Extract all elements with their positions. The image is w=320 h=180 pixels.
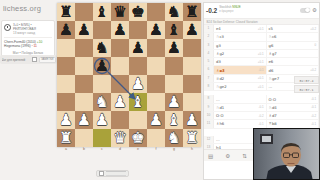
square-b7[interactable]: ♟	[75, 21, 93, 39]
engine-eval: -0.2	[206, 7, 217, 14]
square-f6[interactable]	[147, 39, 165, 57]
move-row-10: 10O-O-0.2♗d7-0.2	[204, 112, 319, 120]
move-white[interactable]: ♘d1-0.1	[214, 104, 267, 111]
move-number: 6	[204, 66, 214, 73]
square-f4[interactable]	[147, 75, 165, 93]
game-time-ago: 13 минут назад	[13, 31, 52, 35]
chat-toggle-checkbox[interactable]	[32, 57, 38, 63]
page: { "game": "chess", "position": "r1bqk1nr…	[0, 0, 320, 180]
square-e3[interactable]: ♝	[129, 93, 147, 111]
white-pawn-c2[interactable]: ♟	[95, 111, 109, 129]
move-number: 8	[204, 95, 214, 102]
under-board-control[interactable]	[96, 170, 129, 177]
black-clock: 02:57.1	[294, 85, 319, 93]
move-row-4: 4♗g2+0.1♗g7	[204, 50, 319, 58]
move-row-2: 2♘c3♘c6	[204, 33, 319, 41]
square-c3[interactable]: ♞	[93, 93, 111, 111]
move-white[interactable]: e4+0.1	[214, 25, 267, 32]
move-san: ♘c3	[216, 34, 224, 39]
white-pawn-g3[interactable]: ♟	[167, 93, 181, 111]
white-player-name: Chern-Form40 (2010)	[4, 40, 36, 44]
square-f7[interactable]: ♟	[147, 21, 165, 39]
board-coordinates: abcdefgh	[57, 147, 201, 152]
square-e5[interactable]	[129, 57, 147, 75]
move-number: 7	[204, 75, 214, 82]
white-pawn-h2[interactable]: ♟	[185, 111, 199, 129]
move-number: 4	[204, 50, 214, 57]
chat-bar: Чат для зрителей ЗАМЕТКИ	[0, 55, 57, 64]
black-king-e8[interactable]: ♚	[131, 3, 145, 21]
move-eval: -0.1	[311, 122, 316, 126]
square-f5[interactable]	[147, 57, 165, 75]
engine-status: в браузере	[219, 10, 298, 14]
square-h6[interactable]	[183, 39, 201, 57]
move-san: ...	[216, 97, 220, 102]
move-black[interactable]: ♖b8-0.1	[267, 120, 320, 127]
white-bishop-e3[interactable]: ♝	[131, 93, 145, 111]
move-eval: -0.2	[259, 114, 264, 118]
webcam-overlay	[253, 128, 320, 180]
square-d1[interactable]: ♛	[111, 129, 129, 147]
coord-d: d	[111, 147, 129, 152]
webcam-video	[254, 129, 320, 180]
move-number: 3	[204, 42, 214, 49]
coord-b: b	[75, 147, 93, 152]
coord-c: c	[93, 147, 111, 152]
square-f1[interactable]	[147, 129, 165, 147]
move-san: ...	[269, 84, 273, 89]
move-eval: -0.1	[311, 105, 316, 109]
square-d7[interactable]: ♟	[111, 21, 129, 39]
square-e1[interactable]: ♚	[129, 129, 147, 147]
engine-nnue-badge: NNUE	[232, 5, 241, 9]
move-white[interactable]: ♘ge2+0.1	[214, 83, 267, 90]
move-san: c5	[269, 26, 274, 31]
coord-a: a	[57, 147, 75, 152]
square-h8[interactable]: ♜	[183, 3, 201, 21]
move-san: O-O	[269, 97, 277, 102]
square-c7[interactable]	[93, 21, 111, 39]
move-san: O-O	[216, 113, 224, 118]
move-san: ♗g7	[269, 51, 277, 56]
square-h4[interactable]	[183, 75, 201, 93]
white-pawn-d3[interactable]: ♟	[113, 93, 127, 111]
move-row-1: 1e4+0.1c5+0.2	[204, 25, 319, 33]
square-a4[interactable]	[57, 75, 75, 93]
black-pawn-g6[interactable]: ♟	[167, 39, 181, 57]
move-black[interactable]: ♗g7	[267, 50, 320, 57]
move-number: 9	[204, 104, 214, 111]
black-pawn-c5[interactable]: ♟	[95, 57, 109, 75]
square-b3[interactable]	[75, 93, 93, 111]
white-knight-g1[interactable]: ♞	[167, 129, 181, 147]
move-row-8: 8...O-O-0.1	[204, 95, 319, 103]
chess-board[interactable]: ♜♝♛♚♞♜♟♟♟♟♝♟♞♟♟♟♟♞♟♝♟♟♟♟♟♝♟♜♛♚♞♜	[57, 3, 201, 147]
settings-gear-icon[interactable]: ⚙	[312, 3, 317, 17]
square-e7[interactable]	[129, 21, 147, 39]
black-pawn-d7[interactable]: ♟	[113, 21, 127, 39]
opening-name: B24 Sicilian Defense: Closed Variation	[204, 18, 319, 25]
square-g2[interactable]: ♝	[165, 111, 183, 129]
engine-toggle[interactable]	[300, 8, 310, 13]
black-pawn-h7[interactable]: ♟	[185, 21, 199, 39]
move-black[interactable]: ♗d7-0.2	[267, 112, 320, 119]
move-white[interactable]: O-O-0.2	[214, 112, 267, 119]
square-h2[interactable]: ♟	[183, 111, 201, 129]
move-san: ♗e3	[216, 68, 225, 73]
coord-g: g	[165, 147, 183, 152]
white-pawn-a2[interactable]: ♟	[59, 111, 73, 129]
black-rook-h8[interactable]: ♜	[185, 3, 199, 21]
site-logo[interactable]: lichess.org	[3, 4, 41, 13]
square-e8[interactable]: ♚	[129, 3, 147, 21]
move-number: 12	[204, 136, 214, 143]
square-a7[interactable]: ♟	[57, 21, 75, 39]
flip-board-icon[interactable]: ⇅	[242, 153, 247, 159]
black-queen-d8[interactable]: ♛	[113, 3, 127, 21]
square-h3[interactable]	[183, 93, 201, 111]
coord-f: f	[147, 147, 165, 152]
white-king-e1[interactable]: ♚	[131, 129, 145, 147]
toolbar-gear-icon[interactable]: ⚙	[225, 153, 230, 159]
square-b2[interactable]: ♟	[75, 111, 93, 129]
black-rook-a8[interactable]: ♜	[59, 3, 73, 21]
move-black[interactable]: d6+0.2	[267, 66, 320, 73]
move-eval: +0.2	[310, 68, 316, 72]
sidebar: lichess.org 3+0 • БЛИЦ • РЕЙТИНГОВАЯ 13 …	[0, 0, 57, 180]
move-san: d6	[269, 68, 274, 73]
white-queen-d1[interactable]: ♛	[113, 129, 127, 147]
square-g6[interactable]: ♟	[165, 39, 183, 57]
square-d4[interactable]	[111, 75, 129, 93]
white-pawn-f2[interactable]: ♟	[149, 111, 163, 129]
black-rating-diff: −11	[32, 44, 37, 48]
black-pawn-f7[interactable]: ♟	[149, 21, 163, 39]
black-knight-g8[interactable]: ♞	[167, 3, 181, 21]
square-c8[interactable]: ♝	[93, 3, 111, 21]
square-a8[interactable]: ♜	[57, 3, 75, 21]
square-b5[interactable]	[75, 57, 93, 75]
move-san: ♘d1	[216, 105, 224, 110]
square-b6[interactable]	[75, 39, 93, 57]
move-san: g3	[216, 43, 221, 48]
square-g7[interactable]: ♝	[165, 21, 183, 39]
move-row-9: 9♘d1-0.1♘d4-0.1	[204, 104, 319, 112]
move-san: e6	[269, 59, 274, 64]
move-white[interactable]: ♗g2+0.1	[214, 50, 267, 57]
black-pawn-b7[interactable]: ♟	[77, 21, 91, 39]
move-san: ♗d7	[269, 113, 277, 118]
notes-button[interactable]: ЗАМЕТКИ	[39, 57, 56, 63]
move-san: ...	[216, 137, 220, 142]
move-eval: +0.1	[258, 27, 264, 31]
square-b1[interactable]	[75, 129, 93, 147]
clock-icon	[4, 24, 11, 31]
square-g3[interactable]: ♟	[165, 93, 183, 111]
white-knight-c3[interactable]: ♞	[95, 93, 109, 111]
move-black[interactable]: ♘c6	[267, 33, 320, 40]
black-bishop-g7[interactable]: ♝	[167, 21, 181, 39]
move-number: 8	[204, 83, 214, 90]
coord-h: h	[183, 147, 201, 152]
chat-label: Чат для зрителей	[2, 58, 31, 62]
square-d3[interactable]: ♟	[111, 93, 129, 111]
square-e4[interactable]: ♟	[129, 75, 147, 93]
square-e6[interactable]: ♟	[129, 39, 147, 57]
board-menu-icon[interactable]: ▤	[208, 153, 213, 159]
move-black[interactable]: ♘d4-0.1	[267, 104, 320, 111]
square-e2[interactable]	[129, 111, 147, 129]
move-san: ♗h6	[216, 121, 224, 126]
square-b8[interactable]	[75, 3, 93, 21]
black-knight-c6[interactable]: ♞	[95, 39, 109, 57]
square-f3[interactable]	[147, 93, 165, 111]
move-white[interactable]: ♗h6-0.1	[214, 120, 267, 127]
move-row-3: 3g3g60	[204, 42, 319, 50]
under-board-lines	[106, 171, 126, 176]
square-d2[interactable]	[111, 111, 129, 129]
move-number: 11	[204, 120, 214, 127]
square-d5[interactable]	[111, 57, 129, 75]
engine-header: -0.2 Stockfish NNUE в браузере ⚙	[204, 3, 319, 17]
move-eval: +0.1	[258, 85, 264, 89]
black-player-name: Hegemona (1996)	[4, 44, 31, 48]
move-san: g6	[269, 43, 274, 48]
square-a2[interactable]: ♟	[57, 111, 75, 129]
move-white[interactable]: g3	[214, 42, 267, 49]
white-rating-diff: +10	[37, 40, 43, 44]
white-rook-h1[interactable]: ♜	[185, 129, 199, 147]
move-san: ♕d2	[216, 76, 224, 81]
move-eval: -0.2	[311, 114, 316, 118]
white-bishop-g2[interactable]: ♝	[167, 111, 181, 129]
square-g1[interactable]: ♞	[165, 129, 183, 147]
move-san: ♘c6	[269, 34, 277, 39]
move-san: e4	[216, 26, 221, 31]
move-san: ♘d4	[269, 105, 277, 110]
move-white[interactable]: ...	[214, 95, 267, 102]
move-eval: +0.1	[258, 52, 264, 56]
toggle-knob	[305, 8, 309, 12]
move-black[interactable]: O-O-0.1	[267, 95, 320, 102]
square-c5[interactable]: ♟	[93, 57, 111, 75]
white-clock: 02:07.4	[294, 76, 319, 84]
move-white[interactable]: ♕d2+0.1	[214, 75, 267, 82]
coord-e: e	[129, 147, 147, 152]
black-player[interactable]: Hegemona (1996) −11	[4, 44, 52, 49]
move-san: ♗g2	[216, 51, 224, 56]
square-c4[interactable]	[93, 75, 111, 93]
white-pawn-e4[interactable]: ♟	[131, 75, 145, 93]
square-c2[interactable]: ♟	[93, 111, 111, 129]
move-san: ♘ge2	[216, 84, 227, 89]
move-number: 1	[204, 25, 214, 32]
move-black[interactable]: e6	[267, 58, 320, 65]
game-meta: 3+0 • БЛИЦ • РЕЙТИНГОВАЯ	[13, 23, 52, 31]
square-a5[interactable]	[57, 57, 75, 75]
move-black[interactable]: g60	[267, 42, 320, 49]
white-pawn-b2[interactable]: ♟	[77, 111, 91, 129]
square-a1[interactable]: ♜	[57, 129, 75, 147]
game-info-box: 3+0 • БЛИЦ • РЕЙТИНГОВАЯ 13 минут назад …	[1, 20, 55, 58]
square-a6[interactable]	[57, 39, 75, 57]
square-d6[interactable]	[111, 39, 129, 57]
move-black[interactable]: c5+0.2	[267, 25, 320, 32]
square-g5[interactable]	[165, 57, 183, 75]
square-f2[interactable]: ♟	[147, 111, 165, 129]
move-eval: 0	[314, 43, 316, 47]
move-white[interactable]: d3+0.1	[214, 58, 267, 65]
black-pawn-e6[interactable]: ♟	[131, 39, 145, 57]
move-san: d3	[216, 59, 221, 64]
square-c1[interactable]	[93, 129, 111, 147]
move-number: 5	[204, 58, 214, 65]
move-san: ♖b8	[269, 121, 277, 126]
white-rook-a1[interactable]: ♜	[59, 129, 73, 147]
move-eval: +0.1	[258, 60, 264, 64]
black-bishop-c8[interactable]: ♝	[95, 3, 109, 21]
square-f8[interactable]	[147, 3, 165, 21]
move-eval: -0.1	[259, 105, 264, 109]
move-row-6: 6♗e3-0.1d6+0.2	[204, 66, 319, 74]
square-d8[interactable]: ♛	[111, 3, 129, 21]
square-g8[interactable]: ♞	[165, 3, 183, 21]
square-h5[interactable]	[183, 57, 201, 75]
move-eval: -0.1	[311, 97, 316, 101]
move-eval: +0.2	[310, 27, 316, 31]
square-b4[interactable]	[75, 75, 93, 93]
picture-frame-inner	[262, 136, 271, 142]
move-white[interactable]: ♗e3-0.1	[214, 66, 267, 73]
move-san: ♘ge7	[269, 76, 280, 81]
square-c6[interactable]: ♞	[93, 39, 111, 57]
move-eval: +0.1	[258, 76, 264, 80]
square-h1[interactable]: ♜	[183, 129, 201, 147]
move-white[interactable]: ♘c3	[214, 33, 267, 40]
move-row-5: 5d3+0.1e6	[204, 58, 319, 66]
move-number: 10	[204, 112, 214, 119]
square-a3[interactable]	[57, 93, 75, 111]
move-eval: -0.1	[259, 68, 264, 72]
square-h7[interactable]: ♟	[183, 21, 201, 39]
under-board-checkbox[interactable]	[99, 171, 104, 176]
move-number: 2	[204, 33, 214, 40]
black-pawn-a7[interactable]: ♟	[59, 21, 73, 39]
move-eval: -0.1	[259, 122, 264, 126]
square-g4[interactable]	[165, 75, 183, 93]
